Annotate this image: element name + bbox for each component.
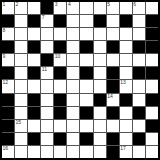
cell-r11c3-black <box>28 133 40 145</box>
cell-r12c2-white[interactable] <box>15 146 27 158</box>
cell-r7c6-white[interactable] <box>67 80 79 92</box>
cell-r6c5-black <box>54 67 66 79</box>
cell-r11c12-white[interactable] <box>146 133 158 145</box>
clue-number-7: 7 <box>42 15 45 20</box>
cell-r3c8-white[interactable] <box>94 28 106 40</box>
cell-r9c9-black <box>107 107 119 119</box>
cell-r5c2-white[interactable] <box>15 54 27 66</box>
crossword-board: 1234567891011121314151617 <box>0 0 160 160</box>
cell-r8c9-white[interactable]: 14 <box>107 94 119 106</box>
cell-r4c1-black <box>2 41 14 53</box>
clue-number-15: 15 <box>16 120 22 125</box>
cell-r6c6-white[interactable] <box>67 67 79 79</box>
cell-r10c12-black <box>146 120 158 132</box>
cell-r8c12-black <box>146 94 158 106</box>
cell-r5c12-white[interactable] <box>146 54 158 66</box>
cell-r1c3-white[interactable] <box>28 2 40 14</box>
cell-r5c11-white[interactable] <box>133 54 145 66</box>
cell-r2c9-white[interactable] <box>107 15 119 27</box>
cell-r6c2-white[interactable] <box>15 67 27 79</box>
cell-r2c11-white[interactable] <box>133 15 145 27</box>
cell-r11c4-white[interactable] <box>41 133 53 145</box>
cell-r7c4-white[interactable] <box>41 80 53 92</box>
cell-r11c9-black <box>107 133 119 145</box>
crossword-puzzle: 1234567891011121314151617 <box>0 0 160 160</box>
cell-r7c3-white[interactable] <box>28 80 40 92</box>
cell-r8c4-white[interactable] <box>41 94 53 106</box>
cell-r5c3-white[interactable] <box>28 54 40 66</box>
cell-r5c5-white[interactable]: 10 <box>54 54 66 66</box>
cell-r7c5-white[interactable] <box>54 80 66 92</box>
cell-r10c4-white[interactable] <box>41 120 53 132</box>
cell-r10c3-white[interactable] <box>28 120 40 132</box>
cell-r12c6-white[interactable] <box>67 146 79 158</box>
cell-r2c2-white[interactable] <box>15 15 27 27</box>
cell-r7c11-white[interactable] <box>133 80 145 92</box>
cell-r10c11-white[interactable] <box>133 120 145 132</box>
cell-r9c6-white[interactable] <box>67 107 79 119</box>
clue-number-1: 1 <box>3 2 6 7</box>
cell-r6c3-black <box>28 67 40 79</box>
cell-r7c12-white[interactable] <box>146 80 158 92</box>
cell-r12c11-white[interactable] <box>133 146 145 158</box>
cell-r7c9-black <box>107 80 119 92</box>
cell-r3c3-white[interactable] <box>28 28 40 40</box>
cell-r9c4-white[interactable] <box>41 107 53 119</box>
cell-r12c10-white[interactable]: 17 <box>120 146 132 158</box>
cell-r12c12-white[interactable] <box>146 146 158 158</box>
clue-number-16: 16 <box>3 146 9 151</box>
clue-number-13: 13 <box>120 80 126 85</box>
cell-r1c4-black <box>41 2 53 14</box>
clue-number-3: 3 <box>55 2 58 7</box>
clue-number-5: 5 <box>107 2 110 7</box>
cell-r6c10-white[interactable] <box>120 67 132 79</box>
cell-r3c6-white[interactable] <box>67 28 79 40</box>
clue-number-8: 8 <box>3 28 6 33</box>
cell-r4c3-black <box>28 41 40 53</box>
cell-r8c6-white[interactable] <box>67 94 79 106</box>
cell-r4c4-white[interactable] <box>41 41 53 53</box>
cell-r10c10-white[interactable] <box>120 120 132 132</box>
cell-r5c10-white[interactable] <box>120 54 132 66</box>
cell-r12c8-white[interactable] <box>94 146 106 158</box>
cell-r2c6-white[interactable] <box>67 15 79 27</box>
cell-r5c1-white[interactable]: 9 <box>2 54 14 66</box>
cell-r3c11-white[interactable] <box>133 28 145 40</box>
cell-r3c7-white[interactable] <box>80 28 92 40</box>
cell-r5c4-black <box>41 54 53 66</box>
cell-r2c1-black <box>2 15 14 27</box>
cell-r1c8-white[interactable] <box>94 2 106 14</box>
cell-r5c7-white[interactable] <box>80 54 92 66</box>
cell-r1c5-white[interactable]: 3 <box>54 2 66 14</box>
cell-r3c9-white[interactable] <box>107 28 119 40</box>
cell-r4c2-white[interactable] <box>15 41 27 53</box>
cell-r5c6-white[interactable] <box>67 54 79 66</box>
clue-number-11: 11 <box>42 67 47 72</box>
cell-r12c4-white[interactable] <box>41 146 53 158</box>
cell-r7c7-white[interactable] <box>80 80 92 92</box>
cell-r5c9-white[interactable] <box>107 54 119 66</box>
cell-r10c8-white[interactable] <box>94 120 106 132</box>
cell-r6c9-black <box>107 67 119 79</box>
cell-r2c12-black <box>146 15 158 27</box>
cell-r6c8-white[interactable] <box>94 67 106 79</box>
cell-r8c5-black <box>54 94 66 106</box>
cell-r8c8-black <box>94 94 106 106</box>
cell-r12c5-white[interactable] <box>54 146 66 158</box>
cell-r3c5-white[interactable] <box>54 28 66 40</box>
cell-r2c7-white[interactable] <box>80 15 92 27</box>
cell-r10c9-white[interactable] <box>107 120 119 132</box>
cell-r7c10-white[interactable]: 13 <box>120 80 132 92</box>
cell-r1c12-white[interactable] <box>146 2 158 14</box>
clue-number-4: 4 <box>68 2 71 7</box>
cell-r2c10-black <box>120 15 132 27</box>
cell-r3c4-white[interactable] <box>41 28 53 40</box>
cell-r6c11-black <box>133 67 145 79</box>
cell-r8c2-white[interactable] <box>15 94 27 106</box>
cell-r11c11-black <box>133 133 145 145</box>
cell-r9c8-white[interactable] <box>94 107 106 119</box>
cell-r11c5-black <box>54 133 66 145</box>
cell-r10c2-white[interactable]: 15 <box>15 120 27 132</box>
cell-r9c3-black <box>28 107 40 119</box>
cell-r10c7-white[interactable] <box>80 120 92 132</box>
cell-r1c7-white[interactable] <box>80 2 92 14</box>
cell-r12c3-white[interactable] <box>28 146 40 158</box>
cell-r6c7-black <box>80 67 92 79</box>
cell-r11c6-white[interactable] <box>67 133 79 145</box>
cell-r3c10-white[interactable] <box>120 28 132 40</box>
clue-number-12: 12 <box>3 80 9 85</box>
cell-r4c7-black <box>80 41 92 53</box>
cell-r8c3-black <box>28 94 40 106</box>
cell-r10c5-white[interactable] <box>54 120 66 132</box>
cell-r10c1-black <box>2 120 14 132</box>
cell-r2c3-black <box>28 15 40 27</box>
cell-r1c1-white[interactable]: 1 <box>2 2 14 14</box>
cell-r7c8-white[interactable] <box>94 80 106 92</box>
cell-r12c9-black <box>107 146 119 158</box>
cell-r8c1-black <box>2 94 14 106</box>
cell-r1c2-white[interactable]: 2 <box>15 2 27 14</box>
cell-r12c7-white[interactable] <box>80 146 92 158</box>
cell-r4c5-black <box>54 41 66 53</box>
clue-number-6: 6 <box>133 2 136 7</box>
cell-r2c8-black <box>94 15 106 27</box>
clue-number-14: 14 <box>107 94 113 99</box>
clue-number-10: 10 <box>55 54 61 59</box>
cell-r6c12-black <box>146 67 158 79</box>
cell-r8c11-white[interactable] <box>133 94 145 106</box>
cell-r9c10-white[interactable] <box>120 107 132 119</box>
cell-r4c6-white[interactable] <box>67 41 79 53</box>
cell-r7c1-white[interactable]: 12 <box>2 80 14 92</box>
cell-r4c8-white[interactable] <box>94 41 106 53</box>
clue-number-2: 2 <box>16 2 19 7</box>
cell-r1c10-white[interactable] <box>120 2 132 14</box>
cell-r9c5-black <box>54 107 66 119</box>
cell-r4c9-black <box>107 41 119 53</box>
clue-number-17: 17 <box>120 146 126 151</box>
cell-r11c8-white[interactable] <box>94 133 106 145</box>
cell-r4c12-black <box>146 41 158 53</box>
cell-r9c12-white[interactable] <box>146 107 158 119</box>
cell-r11c1-black <box>2 133 14 145</box>
cell-r4c10-white[interactable] <box>120 41 132 53</box>
cell-r2c4-white[interactable]: 7 <box>41 15 53 27</box>
cell-r8c7-white[interactable] <box>80 94 92 106</box>
cell-r6c4-white[interactable]: 11 <box>41 67 53 79</box>
cell-r1c11-white[interactable]: 6 <box>133 2 145 14</box>
cell-r1c6-white[interactable]: 4 <box>67 2 79 14</box>
cell-r9c7-black <box>80 107 92 119</box>
cell-r3c1-white[interactable]: 8 <box>2 28 14 40</box>
cell-r6c1-black <box>2 67 14 79</box>
cell-r9c2-white[interactable] <box>15 107 27 119</box>
clue-number-9: 9 <box>3 54 6 59</box>
cell-r3c2-white[interactable] <box>15 28 27 40</box>
cell-r9c1-black <box>2 107 14 119</box>
cell-r10c6-white[interactable] <box>67 120 79 132</box>
cell-r5c8-white[interactable] <box>94 54 106 66</box>
cell-r11c7-black <box>80 133 92 145</box>
cell-r11c10-white[interactable] <box>120 133 132 145</box>
cell-r8c10-black <box>120 94 132 106</box>
cell-r3c12-black <box>146 28 158 40</box>
cell-r9c11-black <box>133 107 145 119</box>
cell-r12c1-white[interactable]: 16 <box>2 146 14 158</box>
cell-r4c11-black <box>133 41 145 53</box>
cell-r1c9-white[interactable]: 5 <box>107 2 119 14</box>
cell-r2c5-black <box>54 15 66 27</box>
cell-r11c2-white[interactable] <box>15 133 27 145</box>
cell-r7c2-white[interactable] <box>15 80 27 92</box>
